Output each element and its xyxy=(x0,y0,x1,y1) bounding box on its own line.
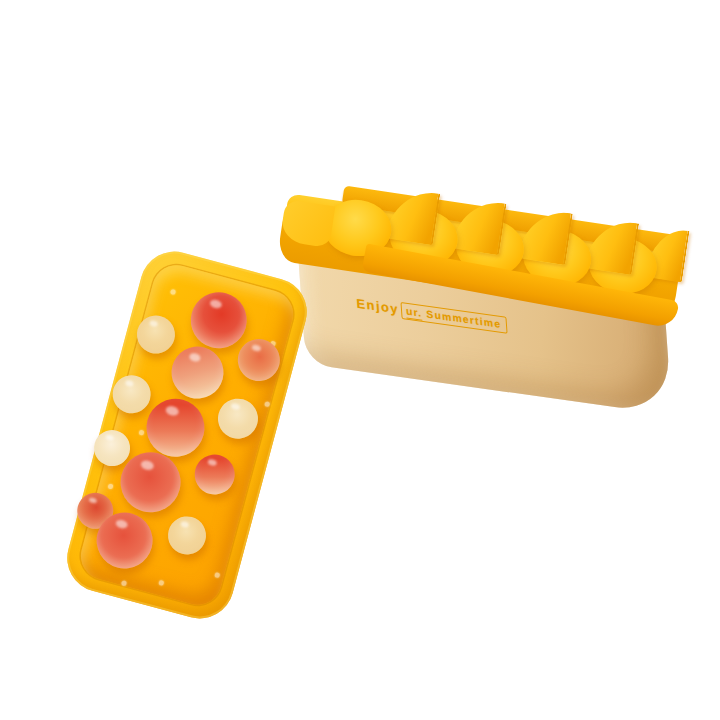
box-label-frame: ur. Summertime xyxy=(400,302,507,334)
box-label: Enjoyur. Summertime xyxy=(356,294,508,334)
product-photo-scene: Enjoyur. Summertime xyxy=(0,0,720,720)
box-label-enjoy: Enjoy xyxy=(356,296,400,317)
ice-ball-tray xyxy=(60,244,315,626)
box-label-summertime: Summertime xyxy=(426,307,502,329)
box-label-ur: ur. xyxy=(405,305,422,321)
